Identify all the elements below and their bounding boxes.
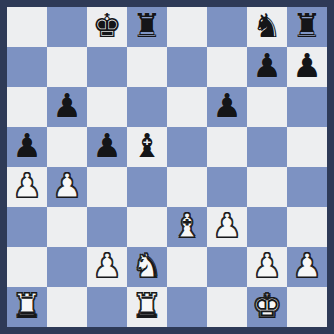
square-h5[interactable]: [287, 127, 327, 167]
black-knight-piece[interactable]: ♞: [252, 6, 282, 46]
square-g3[interactable]: [247, 207, 287, 247]
white-rook-piece[interactable]: ♜: [12, 286, 42, 326]
square-a7[interactable]: [7, 47, 47, 87]
square-f3[interactable]: ♟: [207, 207, 247, 247]
square-c8[interactable]: ♚: [87, 7, 127, 47]
square-b4[interactable]: ♟: [47, 167, 87, 207]
square-f6[interactable]: ♟: [207, 87, 247, 127]
square-d8[interactable]: ♜: [127, 7, 167, 47]
square-h8[interactable]: ♜: [287, 7, 327, 47]
black-bishop-piece[interactable]: ♝: [132, 126, 162, 166]
square-f5[interactable]: [207, 127, 247, 167]
square-h1[interactable]: [287, 287, 327, 327]
square-g6[interactable]: [247, 87, 287, 127]
square-a4[interactable]: ♟: [7, 167, 47, 207]
square-a5[interactable]: ♟: [7, 127, 47, 167]
square-h7[interactable]: ♟: [287, 47, 327, 87]
black-pawn-piece[interactable]: ♟: [12, 126, 42, 166]
black-rook-piece[interactable]: ♜: [132, 6, 162, 46]
square-h4[interactable]: [287, 167, 327, 207]
square-e5[interactable]: [167, 127, 207, 167]
square-f4[interactable]: [207, 167, 247, 207]
square-d6[interactable]: [127, 87, 167, 127]
square-c7[interactable]: [87, 47, 127, 87]
black-king-piece[interactable]: ♚: [92, 6, 122, 46]
square-c6[interactable]: [87, 87, 127, 127]
square-e4[interactable]: [167, 167, 207, 207]
square-f2[interactable]: [207, 247, 247, 287]
square-d7[interactable]: [127, 47, 167, 87]
square-g2[interactable]: ♟: [247, 247, 287, 287]
black-pawn-piece[interactable]: ♟: [252, 46, 282, 86]
square-g8[interactable]: ♞: [247, 7, 287, 47]
square-a8[interactable]: [7, 7, 47, 47]
square-e2[interactable]: [167, 247, 207, 287]
black-pawn-piece[interactable]: ♟: [292, 46, 322, 86]
square-c2[interactable]: ♟: [87, 247, 127, 287]
square-c5[interactable]: ♟: [87, 127, 127, 167]
square-b3[interactable]: [47, 207, 87, 247]
black-rook-piece[interactable]: ♜: [292, 6, 322, 46]
square-h6[interactable]: [287, 87, 327, 127]
square-b6[interactable]: ♟: [47, 87, 87, 127]
square-a2[interactable]: [7, 247, 47, 287]
square-g1[interactable]: ♚: [247, 287, 287, 327]
square-e8[interactable]: [167, 7, 207, 47]
square-b5[interactable]: [47, 127, 87, 167]
black-pawn-piece[interactable]: ♟: [52, 86, 82, 126]
square-e6[interactable]: [167, 87, 207, 127]
black-pawn-piece[interactable]: ♟: [92, 126, 122, 166]
square-f7[interactable]: [207, 47, 247, 87]
square-e1[interactable]: [167, 287, 207, 327]
square-d5[interactable]: ♝: [127, 127, 167, 167]
square-e3[interactable]: ♝: [167, 207, 207, 247]
square-b7[interactable]: [47, 47, 87, 87]
black-pawn-piece[interactable]: ♟: [212, 86, 242, 126]
white-pawn-piece[interactable]: ♟: [52, 166, 82, 206]
square-c1[interactable]: [87, 287, 127, 327]
white-pawn-piece[interactable]: ♟: [92, 246, 122, 286]
square-b2[interactable]: [47, 247, 87, 287]
square-b8[interactable]: [47, 7, 87, 47]
square-d1[interactable]: ♜: [127, 287, 167, 327]
square-e7[interactable]: [167, 47, 207, 87]
square-d2[interactable]: ♞: [127, 247, 167, 287]
white-bishop-piece[interactable]: ♝: [172, 206, 202, 246]
square-f1[interactable]: [207, 287, 247, 327]
square-g7[interactable]: ♟: [247, 47, 287, 87]
board-frame: ♚♜♞♜♟♟♟♟♟♟♝♟♟♝♟♟♞♟♟♜♜♚: [0, 0, 334, 334]
white-knight-piece[interactable]: ♞: [132, 246, 162, 286]
white-king-piece[interactable]: ♚: [252, 286, 282, 326]
square-g4[interactable]: [247, 167, 287, 207]
square-h2[interactable]: ♟: [287, 247, 327, 287]
square-d4[interactable]: [127, 167, 167, 207]
square-c3[interactable]: [87, 207, 127, 247]
square-c4[interactable]: [87, 167, 127, 207]
square-a1[interactable]: ♜: [7, 287, 47, 327]
square-d3[interactable]: [127, 207, 167, 247]
square-b1[interactable]: [47, 287, 87, 327]
white-pawn-piece[interactable]: ♟: [212, 206, 242, 246]
square-a6[interactable]: [7, 87, 47, 127]
square-h3[interactable]: [287, 207, 327, 247]
white-rook-piece[interactable]: ♜: [132, 286, 162, 326]
square-a3[interactable]: [7, 207, 47, 247]
square-g5[interactable]: [247, 127, 287, 167]
white-pawn-piece[interactable]: ♟: [292, 246, 322, 286]
white-pawn-piece[interactable]: ♟: [12, 166, 42, 206]
square-f8[interactable]: [207, 7, 247, 47]
chess-board: ♚♜♞♜♟♟♟♟♟♟♝♟♟♝♟♟♞♟♟♜♜♚: [7, 7, 327, 327]
white-pawn-piece[interactable]: ♟: [252, 246, 282, 286]
